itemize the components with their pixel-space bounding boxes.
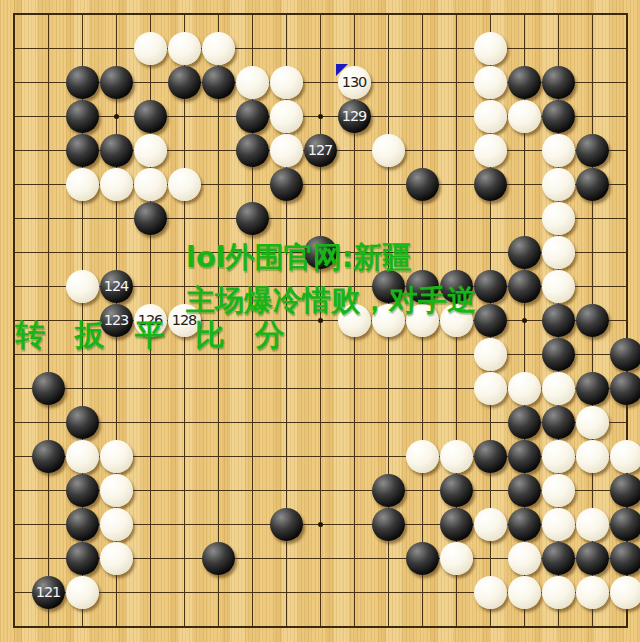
go-stone-white	[474, 338, 507, 371]
move-number-label: 130	[342, 75, 367, 90]
go-stone-black	[474, 168, 507, 201]
go-stone-white	[542, 134, 575, 167]
move-number-label: 128	[172, 313, 197, 328]
go-stone-black	[202, 66, 235, 99]
go-stone-black	[406, 168, 439, 201]
move-number-label: 126	[138, 313, 163, 328]
go-stone-black	[168, 66, 201, 99]
go-stone-white	[100, 168, 133, 201]
go-stone-white	[542, 236, 575, 269]
go-stone-white	[576, 576, 609, 609]
go-stone-black	[304, 236, 337, 269]
go-stone-black	[610, 372, 640, 405]
go-stone-black	[610, 508, 640, 541]
go-stone-black	[542, 100, 575, 133]
go-stone-white	[100, 474, 133, 507]
go-stone-white	[474, 508, 507, 541]
go-stone-black	[66, 406, 99, 439]
go-stone-white	[134, 168, 167, 201]
go-stone-black	[134, 202, 167, 235]
go-stone-black	[508, 440, 541, 473]
go-stone-white	[440, 542, 473, 575]
go-stone-black	[474, 304, 507, 337]
go-stone-white	[508, 372, 541, 405]
go-stone-white	[100, 440, 133, 473]
go-stone-white	[270, 134, 303, 167]
go-stone-black: 123	[100, 304, 133, 337]
go-board-screenshot: 130129127124123126128121 lol外围官网:新疆 主场爆冷…	[0, 0, 640, 642]
go-stone-white	[542, 440, 575, 473]
go-stone-black: 129	[338, 100, 371, 133]
move-number-label: 127	[308, 143, 333, 158]
go-stone-black	[66, 100, 99, 133]
go-stone-white	[100, 508, 133, 541]
go-stone-black	[66, 508, 99, 541]
go-stone-white	[474, 576, 507, 609]
go-stone-black	[576, 372, 609, 405]
go-stone-white: 128	[168, 304, 201, 337]
move-number-label: 121	[36, 585, 61, 600]
go-stone-white	[610, 440, 640, 473]
go-stone-white	[66, 440, 99, 473]
go-stone-black	[236, 202, 269, 235]
go-stone-white	[508, 542, 541, 575]
go-stone-white	[542, 576, 575, 609]
go-stone-white	[474, 32, 507, 65]
go-stone-white	[270, 100, 303, 133]
go-stone-white	[338, 304, 371, 337]
go-stone-white	[372, 304, 405, 337]
go-stone-white	[66, 270, 99, 303]
move-number-label: 124	[104, 279, 129, 294]
go-stone-black	[134, 100, 167, 133]
go-stone-white	[474, 134, 507, 167]
go-stone-white	[542, 372, 575, 405]
go-stone-white	[134, 32, 167, 65]
go-stone-white	[168, 168, 201, 201]
move-number-label: 123	[104, 313, 129, 328]
go-stone-white	[66, 576, 99, 609]
go-stone-white	[134, 134, 167, 167]
go-stone-white	[440, 304, 473, 337]
go-stone-white	[576, 406, 609, 439]
go-stone-black	[542, 66, 575, 99]
go-stone-black	[372, 508, 405, 541]
go-stone-black: 121	[32, 576, 65, 609]
go-stone-black	[508, 236, 541, 269]
go-stone-black	[474, 270, 507, 303]
go-stone-black	[440, 508, 473, 541]
go-stone-white	[542, 270, 575, 303]
go-stone-white	[236, 66, 269, 99]
go-stone-white	[100, 542, 133, 575]
go-stone-black	[542, 338, 575, 371]
go-stone-black	[610, 338, 640, 371]
go-stone-black	[236, 134, 269, 167]
go-stone-black	[610, 542, 640, 575]
go-stone-white	[168, 32, 201, 65]
go-stone-white	[372, 134, 405, 167]
go-stone-white	[406, 440, 439, 473]
go-stone-black	[32, 372, 65, 405]
go-stone-white	[542, 202, 575, 235]
go-stone-black	[372, 474, 405, 507]
go-stone-white	[508, 100, 541, 133]
go-stone-black	[440, 270, 473, 303]
go-stone-black	[406, 270, 439, 303]
go-stone-black	[576, 168, 609, 201]
go-stone-black	[610, 474, 640, 507]
go-stone-white	[610, 576, 640, 609]
go-stone-black	[508, 66, 541, 99]
go-stone-white	[576, 440, 609, 473]
go-stone-black	[270, 168, 303, 201]
go-stone-white	[66, 168, 99, 201]
go-stone-white	[440, 440, 473, 473]
go-stone-black	[66, 134, 99, 167]
go-stone-black	[576, 304, 609, 337]
move-number-label: 129	[342, 109, 367, 124]
go-stone-white	[406, 304, 439, 337]
go-stone-black	[236, 100, 269, 133]
go-stone-black	[66, 474, 99, 507]
go-stone-black: 127	[304, 134, 337, 167]
go-stone-white	[202, 32, 235, 65]
go-stone-white: 130	[338, 66, 371, 99]
go-stone-black	[270, 508, 303, 541]
go-stone-black	[202, 542, 235, 575]
go-stone-black	[66, 542, 99, 575]
go-stone-black	[32, 440, 65, 473]
go-stone-white: 126	[134, 304, 167, 337]
go-stone-black: 124	[100, 270, 133, 303]
go-stone-black	[542, 406, 575, 439]
last-move-marker-icon	[336, 64, 348, 76]
go-stone-white	[576, 508, 609, 541]
go-stone-white	[542, 508, 575, 541]
go-stone-white	[474, 372, 507, 405]
go-stone-black	[100, 66, 133, 99]
go-stone-white	[542, 474, 575, 507]
go-stone-black	[66, 66, 99, 99]
go-stone-black	[406, 542, 439, 575]
go-stone-black	[508, 474, 541, 507]
go-stone-white	[474, 66, 507, 99]
go-stone-black	[100, 134, 133, 167]
go-stone-black	[576, 542, 609, 575]
go-stone-white	[474, 100, 507, 133]
go-stone-white	[508, 576, 541, 609]
go-stone-black	[372, 270, 405, 303]
go-stone-black	[508, 270, 541, 303]
go-stone-black	[508, 406, 541, 439]
go-stone-black	[576, 134, 609, 167]
go-stone-black	[474, 440, 507, 473]
go-stone-white	[270, 66, 303, 99]
go-stone-black	[542, 542, 575, 575]
stones-grid: 130129127124123126128121	[0, 0, 640, 642]
go-stone-white	[542, 168, 575, 201]
go-stone-black	[508, 508, 541, 541]
go-stone-black	[440, 474, 473, 507]
go-stone-black	[542, 304, 575, 337]
